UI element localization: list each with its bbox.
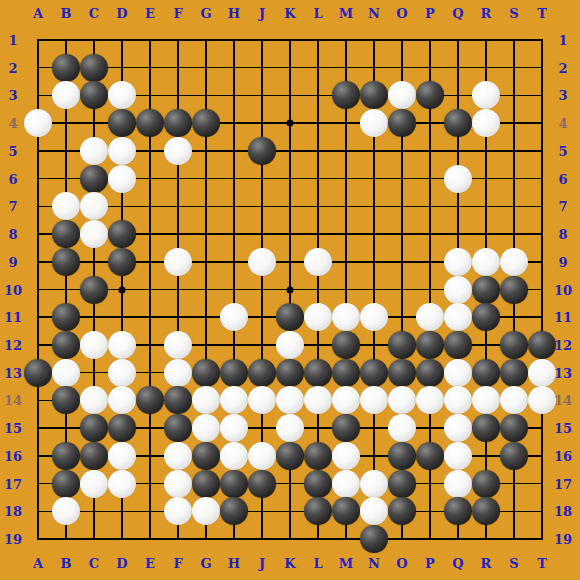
- column-label-bottom-R: R: [481, 557, 492, 570]
- black-stone-R17: [472, 470, 500, 498]
- black-stone-C10: [80, 276, 108, 304]
- white-stone-C8: [80, 220, 108, 248]
- row-label-right-9: 9: [558, 255, 567, 268]
- black-stone-H17: [220, 470, 248, 498]
- black-stone-L17: [304, 470, 332, 498]
- white-stone-H14: [220, 386, 248, 414]
- black-stone-R10: [472, 276, 500, 304]
- black-stone-S13: [500, 359, 528, 387]
- white-stone-P14: [416, 386, 444, 414]
- white-stone-Q11: [444, 303, 472, 331]
- white-stone-N14: [360, 386, 388, 414]
- white-stone-C7: [80, 192, 108, 220]
- column-label-top-P: P: [425, 7, 435, 20]
- black-stone-S15: [500, 414, 528, 442]
- white-stone-Q14: [444, 386, 472, 414]
- row-label-right-10: 10: [554, 283, 572, 296]
- black-stone-R13: [472, 359, 500, 387]
- row-label-left-1: 1: [8, 34, 17, 47]
- white-stone-H16: [220, 442, 248, 470]
- black-stone-S12: [500, 331, 528, 359]
- black-stone-H18: [220, 497, 248, 525]
- row-label-left-4: 4: [8, 117, 17, 130]
- black-stone-D15: [108, 414, 136, 442]
- white-stone-M17: [332, 470, 360, 498]
- row-label-left-11: 11: [4, 311, 22, 324]
- black-stone-K16: [276, 442, 304, 470]
- black-stone-F15: [164, 414, 192, 442]
- white-stone-C17: [80, 470, 108, 498]
- white-stone-Q17: [444, 470, 472, 498]
- white-stone-H15: [220, 414, 248, 442]
- column-label-bottom-L: L: [313, 557, 322, 570]
- black-stone-O16: [388, 442, 416, 470]
- black-stone-C6: [80, 165, 108, 193]
- black-stone-Q4: [444, 109, 472, 137]
- black-stone-C3: [80, 81, 108, 109]
- black-stone-F14: [164, 386, 192, 414]
- row-label-right-19: 19: [554, 533, 572, 546]
- black-stone-P13: [416, 359, 444, 387]
- black-stone-D9: [108, 248, 136, 276]
- white-stone-R3: [472, 81, 500, 109]
- white-stone-G15: [192, 414, 220, 442]
- black-stone-M12: [332, 331, 360, 359]
- row-label-left-5: 5: [8, 144, 17, 157]
- white-stone-M14: [332, 386, 360, 414]
- column-label-top-T: T: [537, 7, 547, 20]
- black-stone-M15: [332, 414, 360, 442]
- black-stone-R11: [472, 303, 500, 331]
- white-stone-J9: [248, 248, 276, 276]
- column-label-bottom-S: S: [509, 557, 518, 570]
- column-label-top-D: D: [116, 7, 127, 20]
- black-stone-R15: [472, 414, 500, 442]
- star-point: [287, 120, 294, 127]
- white-stone-P11: [416, 303, 444, 331]
- white-stone-J14: [248, 386, 276, 414]
- white-stone-Q16: [444, 442, 472, 470]
- column-label-top-G: G: [200, 7, 211, 20]
- row-label-left-16: 16: [4, 449, 22, 462]
- black-stone-D4: [108, 109, 136, 137]
- white-stone-F16: [164, 442, 192, 470]
- white-stone-F12: [164, 331, 192, 359]
- black-stone-K13: [276, 359, 304, 387]
- black-stone-B14: [52, 386, 80, 414]
- white-stone-R9: [472, 248, 500, 276]
- white-stone-B18: [52, 497, 80, 525]
- row-label-left-8: 8: [8, 228, 17, 241]
- white-stone-Q13: [444, 359, 472, 387]
- column-label-top-C: C: [89, 7, 99, 20]
- black-stone-B16: [52, 442, 80, 470]
- white-stone-B13: [52, 359, 80, 387]
- row-label-left-7: 7: [8, 200, 17, 213]
- star-point: [287, 286, 294, 293]
- white-stone-S14: [500, 386, 528, 414]
- black-stone-B8: [52, 220, 80, 248]
- row-label-left-13: 13: [4, 366, 22, 379]
- row-label-right-5: 5: [558, 144, 567, 157]
- column-label-bottom-E: E: [145, 557, 155, 570]
- white-stone-H11: [220, 303, 248, 331]
- black-stone-G17: [192, 470, 220, 498]
- white-stone-O15: [388, 414, 416, 442]
- black-stone-P12: [416, 331, 444, 359]
- black-stone-G4: [192, 109, 220, 137]
- white-stone-C12: [80, 331, 108, 359]
- column-label-top-R: R: [481, 7, 492, 20]
- column-label-bottom-Q: Q: [452, 557, 463, 570]
- black-stone-K11: [276, 303, 304, 331]
- black-stone-B9: [52, 248, 80, 276]
- black-stone-C2: [80, 54, 108, 82]
- row-label-right-2: 2: [558, 61, 567, 74]
- row-label-left-3: 3: [8, 89, 17, 102]
- black-stone-M13: [332, 359, 360, 387]
- row-label-right-7: 7: [558, 200, 567, 213]
- black-stone-B11: [52, 303, 80, 331]
- white-stone-F13: [164, 359, 192, 387]
- column-label-bottom-O: O: [396, 557, 407, 570]
- column-label-top-N: N: [368, 7, 380, 20]
- column-label-bottom-J: J: [259, 557, 265, 570]
- column-label-bottom-D: D: [116, 557, 127, 570]
- black-stone-C16: [80, 442, 108, 470]
- column-label-bottom-M: M: [339, 557, 353, 570]
- row-label-left-6: 6: [8, 172, 17, 185]
- black-stone-J17: [248, 470, 276, 498]
- white-stone-L9: [304, 248, 332, 276]
- column-label-top-Q: Q: [452, 7, 463, 20]
- black-stone-O17: [388, 470, 416, 498]
- white-stone-T14: [528, 386, 556, 414]
- white-stone-T13: [528, 359, 556, 387]
- black-stone-H13: [220, 359, 248, 387]
- black-stone-L18: [304, 497, 332, 525]
- white-stone-G14: [192, 386, 220, 414]
- white-stone-N18: [360, 497, 388, 525]
- row-label-left-15: 15: [4, 422, 22, 435]
- white-stone-L11: [304, 303, 332, 331]
- row-label-left-18: 18: [4, 505, 22, 518]
- row-label-right-18: 18: [554, 505, 572, 518]
- black-stone-E4: [136, 109, 164, 137]
- white-stone-F5: [164, 137, 192, 165]
- row-label-left-2: 2: [8, 61, 17, 74]
- white-stone-D3: [108, 81, 136, 109]
- row-label-left-10: 10: [4, 283, 22, 296]
- white-stone-B7: [52, 192, 80, 220]
- black-stone-J13: [248, 359, 276, 387]
- black-stone-M18: [332, 497, 360, 525]
- black-stone-T12: [528, 331, 556, 359]
- column-label-bottom-F: F: [173, 557, 182, 570]
- column-label-top-F: F: [173, 7, 182, 20]
- black-stone-D8: [108, 220, 136, 248]
- row-label-right-17: 17: [554, 477, 572, 490]
- row-label-right-8: 8: [558, 228, 567, 241]
- white-stone-N17: [360, 470, 388, 498]
- white-stone-G18: [192, 497, 220, 525]
- white-stone-D17: [108, 470, 136, 498]
- column-label-bottom-K: K: [284, 557, 295, 570]
- white-stone-J16: [248, 442, 276, 470]
- white-stone-K12: [276, 331, 304, 359]
- row-label-left-19: 19: [4, 533, 22, 546]
- white-stone-A4: [24, 109, 52, 137]
- black-stone-A13: [24, 359, 52, 387]
- white-stone-D13: [108, 359, 136, 387]
- black-stone-O4: [388, 109, 416, 137]
- black-stone-S10: [500, 276, 528, 304]
- white-stone-B3: [52, 81, 80, 109]
- black-stone-B17: [52, 470, 80, 498]
- white-stone-R14: [472, 386, 500, 414]
- white-stone-Q9: [444, 248, 472, 276]
- white-stone-M16: [332, 442, 360, 470]
- black-stone-L13: [304, 359, 332, 387]
- black-stone-C15: [80, 414, 108, 442]
- column-label-bottom-T: T: [537, 557, 547, 570]
- white-stone-Q15: [444, 414, 472, 442]
- column-label-bottom-C: C: [89, 557, 99, 570]
- white-stone-F17: [164, 470, 192, 498]
- black-stone-G13: [192, 359, 220, 387]
- white-stone-M11: [332, 303, 360, 331]
- black-stone-Q18: [444, 497, 472, 525]
- white-stone-O14: [388, 386, 416, 414]
- white-stone-C5: [80, 137, 108, 165]
- white-stone-Q10: [444, 276, 472, 304]
- white-stone-F9: [164, 248, 192, 276]
- row-label-left-14: 14: [4, 394, 22, 407]
- row-label-left-12: 12: [4, 338, 22, 351]
- black-stone-P3: [416, 81, 444, 109]
- black-stone-N19: [360, 525, 388, 553]
- white-stone-K14: [276, 386, 304, 414]
- black-stone-L16: [304, 442, 332, 470]
- black-stone-R18: [472, 497, 500, 525]
- column-label-bottom-P: P: [425, 557, 435, 570]
- white-stone-F18: [164, 497, 192, 525]
- row-label-right-11: 11: [554, 311, 572, 324]
- row-label-right-4: 4: [558, 117, 567, 130]
- black-stone-E14: [136, 386, 164, 414]
- black-stone-S16: [500, 442, 528, 470]
- grid-line-vertical: [541, 39, 543, 540]
- black-stone-M3: [332, 81, 360, 109]
- white-stone-D14: [108, 386, 136, 414]
- black-stone-O12: [388, 331, 416, 359]
- row-label-right-14: 14: [554, 394, 572, 407]
- black-stone-O13: [388, 359, 416, 387]
- white-stone-R4: [472, 109, 500, 137]
- column-label-top-A: A: [33, 7, 43, 20]
- row-label-right-3: 3: [558, 89, 567, 102]
- row-label-right-1: 1: [558, 34, 567, 47]
- column-label-bottom-B: B: [61, 557, 72, 570]
- row-label-right-13: 13: [554, 366, 572, 379]
- white-stone-C14: [80, 386, 108, 414]
- column-label-bottom-A: A: [33, 557, 43, 570]
- white-stone-D5: [108, 137, 136, 165]
- white-stone-Q6: [444, 165, 472, 193]
- column-label-top-O: O: [396, 7, 407, 20]
- black-stone-F4: [164, 109, 192, 137]
- column-label-top-H: H: [228, 7, 240, 20]
- row-label-left-9: 9: [8, 255, 17, 268]
- column-label-bottom-G: G: [200, 557, 211, 570]
- row-label-right-15: 15: [554, 422, 572, 435]
- column-label-top-S: S: [509, 7, 518, 20]
- grid-line-horizontal: [37, 538, 543, 540]
- white-stone-D16: [108, 442, 136, 470]
- white-stone-O3: [388, 81, 416, 109]
- row-label-right-16: 16: [554, 449, 572, 462]
- column-label-top-E: E: [145, 7, 155, 20]
- column-label-top-K: K: [284, 7, 295, 20]
- go-board[interactable]: ABCDEFGHJKLMNOPQRST ABCDEFGHJKLMNOPQRST …: [0, 0, 580, 580]
- black-stone-O18: [388, 497, 416, 525]
- star-point: [119, 286, 126, 293]
- black-stone-Q12: [444, 331, 472, 359]
- black-stone-G16: [192, 442, 220, 470]
- white-stone-S9: [500, 248, 528, 276]
- black-stone-N13: [360, 359, 388, 387]
- row-label-right-6: 6: [558, 172, 567, 185]
- black-stone-N3: [360, 81, 388, 109]
- white-stone-K15: [276, 414, 304, 442]
- black-stone-B2: [52, 54, 80, 82]
- row-label-left-17: 17: [4, 477, 22, 490]
- column-label-top-L: L: [313, 7, 322, 20]
- black-stone-P16: [416, 442, 444, 470]
- column-label-top-M: M: [339, 7, 353, 20]
- column-label-top-B: B: [61, 7, 72, 20]
- column-label-top-J: J: [259, 7, 265, 20]
- white-stone-D6: [108, 165, 136, 193]
- white-stone-N4: [360, 109, 388, 137]
- black-stone-J5: [248, 137, 276, 165]
- column-label-bottom-N: N: [368, 557, 380, 570]
- column-label-bottom-H: H: [228, 557, 240, 570]
- white-stone-L14: [304, 386, 332, 414]
- row-label-right-12: 12: [554, 338, 572, 351]
- white-stone-N11: [360, 303, 388, 331]
- white-stone-D12: [108, 331, 136, 359]
- black-stone-B12: [52, 331, 80, 359]
